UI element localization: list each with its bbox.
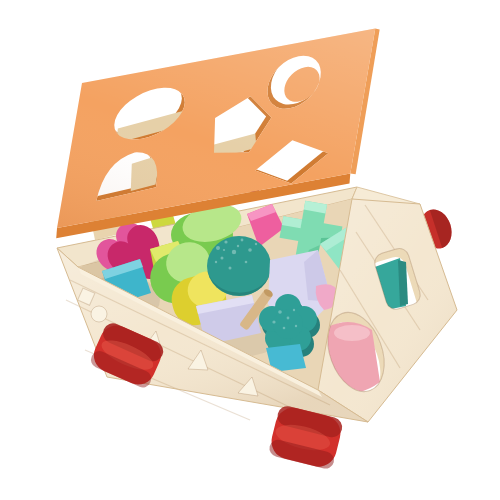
block-teal-cylinder [207,236,271,296]
front-cutout-circle [91,306,107,322]
product-photo [0,0,500,500]
